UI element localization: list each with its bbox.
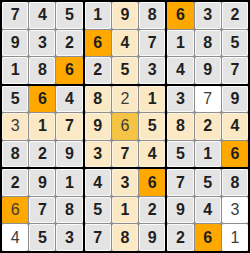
sudoku-box-8: 436512789	[85, 169, 166, 251]
cell-r1c9[interactable]: 2	[222, 2, 248, 29]
cell-r5c8[interactable]: 2	[195, 113, 221, 140]
cell-r5c2[interactable]: 1	[29, 113, 55, 140]
cell-r7c4[interactable]: 4	[85, 169, 111, 196]
cell-r2c4[interactable]: 6	[85, 30, 111, 57]
cell-r9c6[interactable]: 9	[139, 224, 165, 251]
cell-r2c2[interactable]: 3	[29, 30, 55, 57]
sudoku-box-4: 564317829	[2, 86, 83, 168]
cell-r8c5[interactable]: 1	[112, 197, 138, 224]
cell-r1c6[interactable]: 8	[139, 2, 165, 29]
cell-r6c1[interactable]: 8	[2, 141, 28, 168]
cell-r6c4[interactable]: 3	[85, 141, 111, 168]
cell-r5c4[interactable]: 9	[85, 113, 111, 140]
cell-r1c8[interactable]: 3	[195, 2, 221, 29]
cell-r7c8[interactable]: 5	[195, 169, 221, 196]
sudoku-box-7: 291678453	[2, 169, 83, 251]
cell-r3c4[interactable]: 2	[85, 57, 111, 84]
cell-r3c7[interactable]: 4	[167, 57, 193, 84]
cell-r4c9[interactable]: 9	[222, 86, 248, 113]
cell-r9c7[interactable]: 2	[167, 224, 193, 251]
sudoku-box-5: 821965374	[85, 86, 166, 168]
cell-r2c8[interactable]: 8	[195, 30, 221, 57]
sudoku-box-6: 379824516	[167, 86, 248, 168]
cell-r8c9[interactable]: 3	[222, 197, 248, 224]
cell-r4c1[interactable]: 5	[2, 86, 28, 113]
cell-r7c5[interactable]: 3	[112, 169, 138, 196]
cell-r5c9[interactable]: 4	[222, 113, 248, 140]
cell-r2c7[interactable]: 1	[167, 30, 193, 57]
cell-r5c7[interactable]: 8	[167, 113, 193, 140]
cell-r6c7[interactable]: 5	[167, 141, 193, 168]
cell-r9c1[interactable]: 4	[2, 224, 28, 251]
cell-r9c4[interactable]: 7	[85, 224, 111, 251]
cell-r4c3[interactable]: 4	[56, 86, 82, 113]
cell-r5c6[interactable]: 5	[139, 113, 165, 140]
cell-r3c1[interactable]: 1	[2, 57, 28, 84]
cell-r4c6[interactable]: 1	[139, 86, 165, 113]
cell-r6c8[interactable]: 1	[195, 141, 221, 168]
cell-r8c8[interactable]: 4	[195, 197, 221, 224]
cell-r6c6[interactable]: 4	[139, 141, 165, 168]
cell-r5c3[interactable]: 7	[56, 113, 82, 140]
cell-r7c1[interactable]: 2	[2, 169, 28, 196]
cell-r9c3[interactable]: 3	[56, 224, 82, 251]
cell-r8c4[interactable]: 5	[85, 197, 111, 224]
cell-r6c2[interactable]: 2	[29, 141, 55, 168]
cell-r3c6[interactable]: 3	[139, 57, 165, 84]
cell-r1c3[interactable]: 5	[56, 2, 82, 29]
cell-r2c5[interactable]: 4	[112, 30, 138, 57]
sudoku-box-2: 198647253	[85, 2, 166, 84]
cell-r1c2[interactable]: 4	[29, 2, 55, 29]
cell-r3c8[interactable]: 9	[195, 57, 221, 84]
cell-r6c9[interactable]: 6	[222, 141, 248, 168]
cell-r8c3[interactable]: 8	[56, 197, 82, 224]
cell-r4c2[interactable]: 6	[29, 86, 55, 113]
cell-r7c3[interactable]: 1	[56, 169, 82, 196]
cell-r4c5[interactable]: 2	[112, 86, 138, 113]
cell-r7c7[interactable]: 7	[167, 169, 193, 196]
cell-r5c5[interactable]: 6	[112, 113, 138, 140]
cell-r7c9[interactable]: 8	[222, 169, 248, 196]
cell-r7c6[interactable]: 6	[139, 169, 165, 196]
cell-r3c5[interactable]: 5	[112, 57, 138, 84]
cell-r8c1[interactable]: 6	[2, 197, 28, 224]
cell-r9c2[interactable]: 5	[29, 224, 55, 251]
cell-r3c3[interactable]: 6	[56, 57, 82, 84]
sudoku-board: 7459321861986472536321854975643178298219…	[0, 0, 250, 253]
cell-r5c1[interactable]: 3	[2, 113, 28, 140]
cell-r1c4[interactable]: 1	[85, 2, 111, 29]
cell-r4c7[interactable]: 3	[167, 86, 193, 113]
sudoku-box-9: 758943261	[167, 169, 248, 251]
cell-r9c8[interactable]: 6	[195, 224, 221, 251]
cell-r6c5[interactable]: 7	[112, 141, 138, 168]
cell-r1c5[interactable]: 9	[112, 2, 138, 29]
cell-r6c3[interactable]: 9	[56, 141, 82, 168]
cell-r9c5[interactable]: 8	[112, 224, 138, 251]
cell-r4c4[interactable]: 8	[85, 86, 111, 113]
cell-r8c2[interactable]: 7	[29, 197, 55, 224]
cell-r2c9[interactable]: 5	[222, 30, 248, 57]
cell-r7c2[interactable]: 9	[29, 169, 55, 196]
sudoku-box-1: 745932186	[2, 2, 83, 84]
cell-r1c7[interactable]: 6	[167, 2, 193, 29]
cell-r3c9[interactable]: 7	[222, 57, 248, 84]
cell-r8c6[interactable]: 2	[139, 197, 165, 224]
cell-r8c7[interactable]: 9	[167, 197, 193, 224]
cell-r1c1[interactable]: 7	[2, 2, 28, 29]
cell-r2c3[interactable]: 2	[56, 30, 82, 57]
sudoku-box-3: 632185497	[167, 2, 248, 84]
cell-r4c8[interactable]: 7	[195, 86, 221, 113]
cell-r9c9[interactable]: 1	[222, 224, 248, 251]
cell-r2c1[interactable]: 9	[2, 30, 28, 57]
cell-r3c2[interactable]: 8	[29, 57, 55, 84]
cell-r2c6[interactable]: 7	[139, 30, 165, 57]
